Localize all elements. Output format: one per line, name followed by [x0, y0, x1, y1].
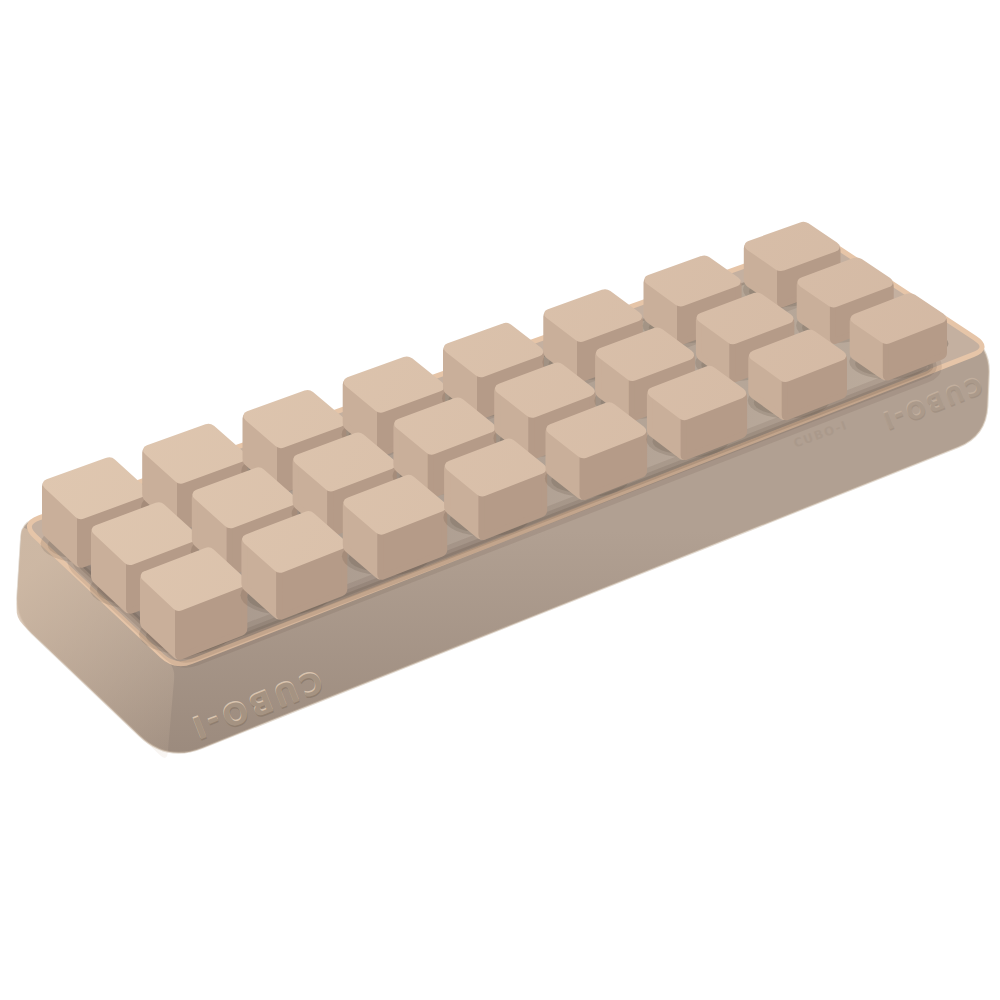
product-photo-stage: CUBO-ICUBO-ICUBO-ICUBO-ICUBO-ICUBO-ICUBO…	[0, 0, 1000, 1000]
ice-cube-tray-render: CUBO-ICUBO-ICUBO-ICUBO-ICUBO-ICUBO-ICUBO…	[0, 0, 1000, 1000]
